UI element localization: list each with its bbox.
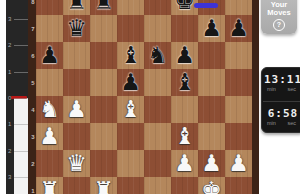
square-h5[interactable] [225,69,252,96]
square-e1[interactable] [144,177,171,194]
square-g3[interactable] [198,123,225,150]
square-h8[interactable] [225,0,252,15]
your-moves-button[interactable]: Your Moves ? [261,0,297,34]
piece-black-pawn[interactable]: ♟ [117,69,144,96]
piece-black-pawn[interactable]: ♟ [198,15,225,42]
square-e4[interactable] [144,96,171,123]
square-h6[interactable] [225,42,252,69]
square-e6[interactable]: ♞ [144,42,171,69]
rank-label-2: 2 [30,161,36,167]
eval-tick-line [14,177,28,178]
piece-black-rook[interactable]: ♜ [90,0,117,15]
square-d7[interactable] [117,15,144,42]
square-h4[interactable] [225,96,252,123]
app-screen: 3210123 ♜♜♚♛♟♟♟♝♞♟♟♝♞♟♝♟♝♛♟♟♟♜♜♚ 8765432… [0,0,300,194]
square-c3[interactable] [90,123,117,150]
square-b5[interactable] [63,69,90,96]
square-g5[interactable] [198,69,225,96]
square-c6[interactable] [90,42,117,69]
square-g4[interactable] [198,96,225,123]
chess-board: ♜♜♚♛♟♟♟♝♞♟♟♝♞♟♝♟♝♛♟♟♟♜♜♚ 87654321 [28,0,259,194]
eval-tick-line [14,98,28,99]
square-e7[interactable] [144,15,171,42]
evaluation-bar: 3210123 [6,0,28,194]
square-c7[interactable] [90,15,117,42]
rank-label-7: 7 [30,26,36,32]
square-f7[interactable] [171,15,198,42]
game-clock-panel: 13:11 minsec 6:58 minsec [261,67,300,133]
square-g6[interactable] [198,42,225,69]
piece-black-king[interactable]: ♚ [171,0,198,15]
square-c4[interactable] [90,96,117,123]
eval-tick-line [14,45,28,46]
square-e3[interactable] [144,123,171,150]
square-e2[interactable] [144,150,171,177]
piece-white-pawn[interactable]: ♟ [171,150,198,177]
your-moves-label: Your Moves [261,1,297,16]
square-h7[interactable]: ♟ [225,15,252,42]
piece-white-bishop[interactable]: ♝ [171,123,198,150]
square-f6[interactable]: ♟ [171,42,198,69]
piece-black-knight[interactable]: ♞ [144,42,171,69]
eval-tick-line [14,124,28,125]
square-b3[interactable] [63,123,90,150]
eval-tick-label-3-6: 3 [8,174,14,180]
square-a2[interactable] [36,150,63,177]
eval-tick-label-1-4: 1 [8,121,14,127]
square-g7[interactable]: ♟ [198,15,225,42]
player-clock: 6:58 minsec [262,102,300,135]
player-time: 6:58 [262,107,300,120]
piece-black-queen[interactable]: ♛ [63,15,90,42]
square-c5[interactable] [90,69,117,96]
square-b6[interactable] [63,42,90,69]
square-d3[interactable] [117,123,144,150]
square-d5[interactable]: ♟ [117,69,144,96]
square-f2[interactable]: ♟ [171,150,198,177]
square-c8[interactable]: ♜ [90,0,117,15]
board-squares: ♜♜♚♛♟♟♟♝♞♟♟♝♞♟♝♟♝♛♟♟♟♜♜♚ [36,0,252,194]
piece-white-pawn[interactable]: ♟ [225,150,252,177]
square-d4[interactable]: ♝ [117,96,144,123]
square-b7[interactable]: ♛ [63,15,90,42]
evaluation-bar-white-half [14,98,28,194]
piece-black-bishop[interactable]: ♝ [117,42,144,69]
piece-white-pawn[interactable]: ♟ [198,150,225,177]
rank-label-8: 8 [30,0,36,5]
piece-white-rook[interactable]: ♜ [36,177,63,194]
square-d8[interactable] [117,0,144,15]
piece-black-bishop[interactable]: ♝ [171,69,198,96]
square-b4[interactable]: ♟ [63,96,90,123]
square-a3[interactable]: ♟ [36,123,63,150]
eval-tick-label-1-2: 1 [8,69,14,75]
square-f5[interactable]: ♝ [171,69,198,96]
eval-tick-line [14,19,28,20]
rank-label-5: 5 [30,80,36,86]
opponent-clock: 13:11 minsec [262,68,300,101]
square-a6[interactable]: ♟ [36,42,63,69]
eval-tick-label-2-5: 2 [8,148,14,154]
square-b2[interactable]: ♛ [63,150,90,177]
opponent-time: 13:11 [262,73,300,86]
eval-tick-label-3-0: 3 [8,16,14,22]
square-a5[interactable] [36,69,63,96]
piece-white-queen[interactable]: ♛ [63,150,90,177]
square-d6[interactable]: ♝ [117,42,144,69]
eval-tick-label-0-3: 0 [8,95,14,101]
piece-white-rook[interactable]: ♜ [90,177,117,194]
square-h1[interactable] [225,177,252,194]
eval-tick-line [14,151,28,152]
square-f8[interactable]: ♚ [171,0,198,15]
player-time-units: minsec [262,120,300,127]
square-f4[interactable] [171,96,198,123]
square-d1[interactable] [117,177,144,194]
square-a1[interactable]: ♜ [36,177,63,194]
square-a4[interactable]: ♞ [36,96,63,123]
square-f3[interactable]: ♝ [171,123,198,150]
square-h3[interactable] [225,123,252,150]
piece-white-pawn[interactable]: ♟ [36,123,63,150]
piece-black-pawn[interactable]: ♟ [171,42,198,69]
square-e5[interactable] [144,69,171,96]
square-e8[interactable] [144,0,171,15]
opponent-time-units: minsec [262,86,300,93]
piece-white-pawn[interactable]: ♟ [63,96,90,123]
piece-black-rook[interactable]: ♜ [63,0,90,15]
square-f1[interactable] [171,177,198,194]
piece-white-king[interactable]: ♚ [198,177,225,194]
square-b8[interactable]: ♜ [63,0,90,15]
square-a8[interactable] [36,0,63,15]
square-d2[interactable] [117,150,144,177]
square-a7[interactable] [36,15,63,42]
square-c1[interactable]: ♜ [90,177,117,194]
move-indicator-bar [194,3,218,8]
eval-tick-line [14,72,28,73]
square-g2[interactable]: ♟ [198,150,225,177]
piece-white-bishop[interactable]: ♝ [117,96,144,123]
square-h2[interactable]: ♟ [225,150,252,177]
piece-white-knight[interactable]: ♞ [36,96,63,123]
square-b1[interactable] [63,177,90,194]
piece-black-pawn[interactable]: ♟ [225,15,252,42]
square-c2[interactable] [90,150,117,177]
square-g1[interactable]: ♚ [198,177,225,194]
help-question-icon[interactable]: ? [273,19,285,31]
piece-black-pawn[interactable]: ♟ [36,42,63,69]
eval-tick-label-2-1: 2 [8,42,14,48]
